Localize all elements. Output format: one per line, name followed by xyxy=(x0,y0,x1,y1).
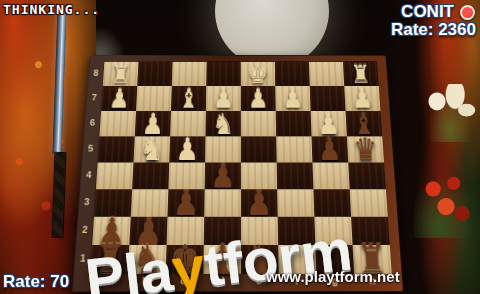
opponent-rating: Rate: 2360 xyxy=(391,20,476,40)
square-b5[interactable]: ♞ xyxy=(133,136,170,162)
rank-label-3: 3 xyxy=(80,188,94,215)
square-d4[interactable]: ♟ xyxy=(205,163,241,190)
rank-label-6: 6 xyxy=(85,110,99,135)
square-a6[interactable] xyxy=(99,111,136,136)
square-c7[interactable]: ♝ xyxy=(171,86,206,111)
rank-label-5: 5 xyxy=(84,136,98,162)
square-e3[interactable]: ♟ xyxy=(241,189,278,216)
square-h5[interactable]: ♛ xyxy=(347,136,384,162)
square-h4[interactable] xyxy=(348,163,386,190)
thinking-status: THINKING... xyxy=(3,2,100,17)
player-rating: Rate: 70 xyxy=(3,272,69,292)
square-e6[interactable] xyxy=(241,111,276,136)
square-b8[interactable] xyxy=(137,62,172,86)
square-e7[interactable]: ♟ xyxy=(241,86,276,111)
square-g4[interactable] xyxy=(312,163,349,190)
square-f7[interactable]: ♟ xyxy=(275,86,310,111)
square-f3[interactable] xyxy=(277,189,314,216)
rank-label-8: 8 xyxy=(89,61,102,85)
square-g8[interactable] xyxy=(309,62,344,86)
square-c3[interactable]: ♟ xyxy=(167,189,204,216)
rank-label-2: 2 xyxy=(78,216,93,244)
square-f6[interactable] xyxy=(276,111,312,136)
square-a4[interactable] xyxy=(96,163,134,190)
rank-label-7: 7 xyxy=(87,85,101,110)
opponent-info: CONIT xyxy=(401,2,475,22)
rank-label-4: 4 xyxy=(82,162,96,189)
square-d6[interactable]: ♞ xyxy=(205,111,240,136)
square-g3[interactable] xyxy=(313,189,351,216)
square-a5[interactable] xyxy=(98,136,135,162)
square-e5[interactable] xyxy=(241,136,277,162)
square-a7[interactable]: ♟ xyxy=(101,86,137,111)
square-b4[interactable] xyxy=(132,163,169,190)
game-screen: 87654321 abcdefgh ♜♚♜♟♝♟♟♟♟♟♞♟♝♞♟♟♛♟♟♟♟♟… xyxy=(0,0,480,294)
white-flowers xyxy=(424,84,476,142)
square-g5[interactable]: ♟ xyxy=(311,136,348,162)
red-dot-icon xyxy=(460,5,475,20)
watermark-pre: Pla xyxy=(82,237,176,294)
square-c5[interactable]: ♟ xyxy=(169,136,205,162)
square-f4[interactable] xyxy=(277,163,314,190)
square-d3[interactable] xyxy=(204,189,241,216)
watermark-url: www.playtform.net xyxy=(266,268,400,285)
opponent-name: CONIT xyxy=(401,2,454,22)
square-f5[interactable] xyxy=(276,136,312,162)
